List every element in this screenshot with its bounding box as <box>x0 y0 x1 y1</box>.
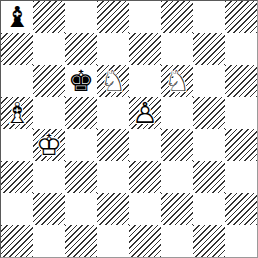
square-b7[interactable] <box>33 33 65 65</box>
square-b5[interactable] <box>33 97 65 129</box>
square-g2[interactable] <box>193 193 225 225</box>
square-c7[interactable] <box>65 33 97 65</box>
square-d6[interactable]: ♞♘ <box>97 65 129 97</box>
square-b3[interactable] <box>33 161 65 193</box>
square-d1[interactable] <box>97 225 129 257</box>
square-b6[interactable] <box>33 65 65 97</box>
square-b4[interactable]: ♚♔ <box>33 129 65 161</box>
square-h8[interactable] <box>225 1 257 33</box>
square-a6[interactable] <box>1 65 33 97</box>
piece-white-bishop-a5[interactable]: ♝♗ <box>1 97 33 129</box>
square-f2[interactable] <box>161 193 193 225</box>
square-f8[interactable] <box>161 1 193 33</box>
square-e6[interactable] <box>129 65 161 97</box>
square-a5[interactable]: ♝♗ <box>1 97 33 129</box>
white-pawn-glyph: ♙ <box>129 97 161 129</box>
white-bishop-glyph: ♗ <box>1 97 33 129</box>
square-g5[interactable] <box>193 97 225 129</box>
square-a3[interactable] <box>1 161 33 193</box>
piece-black-bishop-a8[interactable]: ♝ <box>1 1 33 33</box>
white-knight-glyph: ♘ <box>161 65 193 97</box>
square-d5[interactable] <box>97 97 129 129</box>
square-f6[interactable]: ♞♘ <box>161 65 193 97</box>
square-a7[interactable] <box>1 33 33 65</box>
square-d7[interactable] <box>97 33 129 65</box>
square-h2[interactable] <box>225 193 257 225</box>
square-g6[interactable] <box>193 65 225 97</box>
square-c6[interactable]: ♚ <box>65 65 97 97</box>
chess-board: ♝♚♞♘♞♘♝♗♟♙♚♔ <box>1 1 257 257</box>
square-b2[interactable] <box>33 193 65 225</box>
square-h1[interactable] <box>225 225 257 257</box>
square-c4[interactable] <box>65 129 97 161</box>
black-bishop-glyph: ♝ <box>1 1 33 33</box>
square-h7[interactable] <box>225 33 257 65</box>
square-e2[interactable] <box>129 193 161 225</box>
square-f4[interactable] <box>161 129 193 161</box>
square-b8[interactable] <box>33 1 65 33</box>
piece-white-knight-f6[interactable]: ♞♘ <box>161 65 193 97</box>
piece-white-pawn-e5[interactable]: ♟♙ <box>129 97 161 129</box>
chess-diagram-frame: ♝♚♞♘♞♘♝♗♟♙♚♔ <box>0 0 258 258</box>
square-c1[interactable] <box>65 225 97 257</box>
square-g8[interactable] <box>193 1 225 33</box>
square-g3[interactable] <box>193 161 225 193</box>
square-f3[interactable] <box>161 161 193 193</box>
square-e3[interactable] <box>129 161 161 193</box>
square-a4[interactable] <box>1 129 33 161</box>
square-g7[interactable] <box>193 33 225 65</box>
square-b1[interactable] <box>33 225 65 257</box>
square-a8[interactable]: ♝ <box>1 1 33 33</box>
white-king-glyph: ♔ <box>33 129 65 161</box>
square-a2[interactable] <box>1 193 33 225</box>
square-c5[interactable] <box>65 97 97 129</box>
square-e4[interactable] <box>129 129 161 161</box>
square-e5[interactable]: ♟♙ <box>129 97 161 129</box>
piece-black-king-c6[interactable]: ♚ <box>65 65 97 97</box>
square-f7[interactable] <box>161 33 193 65</box>
square-e1[interactable] <box>129 225 161 257</box>
square-h6[interactable] <box>225 65 257 97</box>
square-d4[interactable] <box>97 129 129 161</box>
square-d2[interactable] <box>97 193 129 225</box>
black-king-glyph: ♚ <box>65 65 97 97</box>
square-g4[interactable] <box>193 129 225 161</box>
square-a1[interactable] <box>1 225 33 257</box>
square-f1[interactable] <box>161 225 193 257</box>
square-f5[interactable] <box>161 97 193 129</box>
square-d8[interactable] <box>97 1 129 33</box>
square-c2[interactable] <box>65 193 97 225</box>
square-g1[interactable] <box>193 225 225 257</box>
white-knight-glyph: ♘ <box>97 65 129 97</box>
piece-white-knight-d6[interactable]: ♞♘ <box>97 65 129 97</box>
square-e8[interactable] <box>129 1 161 33</box>
piece-white-king-b4[interactable]: ♚♔ <box>33 129 65 161</box>
square-d3[interactable] <box>97 161 129 193</box>
square-e7[interactable] <box>129 33 161 65</box>
square-c3[interactable] <box>65 161 97 193</box>
square-c8[interactable] <box>65 1 97 33</box>
square-h4[interactable] <box>225 129 257 161</box>
square-h5[interactable] <box>225 97 257 129</box>
square-h3[interactable] <box>225 161 257 193</box>
